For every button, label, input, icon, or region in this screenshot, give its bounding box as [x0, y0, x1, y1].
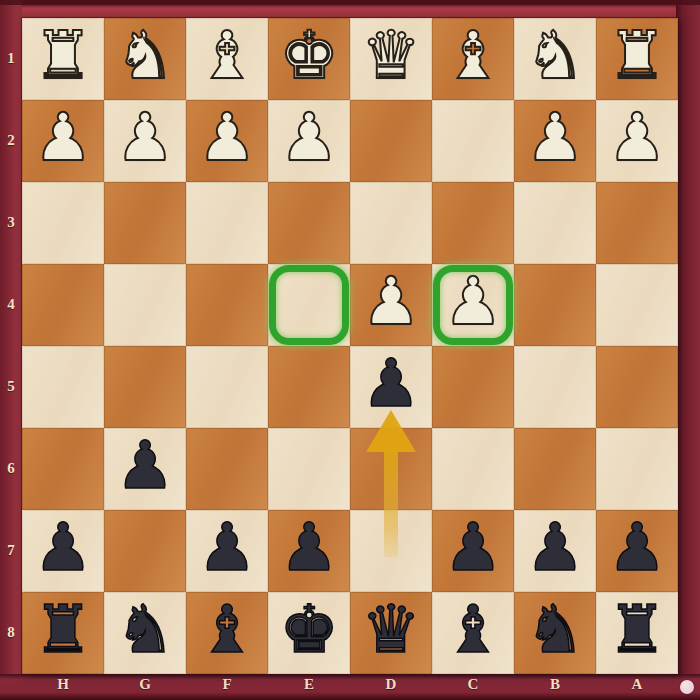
piece-black-bishop[interactable]: ♝ — [443, 589, 502, 671]
square-d5[interactable]: ♟ — [350, 346, 432, 428]
square-b5[interactable] — [514, 346, 596, 428]
square-b3[interactable] — [514, 182, 596, 264]
piece-black-queen[interactable]: ♛ — [361, 589, 420, 671]
square-c1[interactable]: ♝ — [432, 18, 514, 100]
square-g3[interactable] — [104, 182, 186, 264]
square-g2[interactable]: ♟ — [104, 100, 186, 182]
file-label-g: G — [104, 676, 186, 693]
piece-black-rook[interactable]: ♜ — [607, 589, 666, 671]
square-a6[interactable] — [596, 428, 678, 510]
piece-black-knight[interactable]: ♞ — [525, 589, 584, 671]
piece-black-pawn[interactable]: ♟ — [197, 507, 256, 589]
square-a7[interactable]: ♟ — [596, 510, 678, 592]
square-d2[interactable] — [350, 100, 432, 182]
file-label-h: H — [22, 676, 104, 693]
frame-right-bevel — [676, 0, 700, 700]
rank-label-6: 6 — [2, 460, 20, 477]
square-h4[interactable] — [22, 264, 104, 346]
square-f7[interactable]: ♟ — [186, 510, 268, 592]
rank-label-7: 7 — [2, 542, 20, 559]
square-f3[interactable] — [186, 182, 268, 264]
chess-board[interactable]: ♜♞♝♚♛♝♞♜♟♟♟♟♟♟♟♟♟♟♟♟♟♟♟♟♜♞♝♚♛♝♞♜ — [22, 18, 678, 674]
file-label-c: C — [432, 676, 514, 693]
square-d4[interactable]: ♟ — [350, 264, 432, 346]
square-a2[interactable]: ♟ — [596, 100, 678, 182]
rank-label-4: 4 — [2, 296, 20, 313]
square-f5[interactable] — [186, 346, 268, 428]
piece-black-pawn[interactable]: ♟ — [33, 507, 92, 589]
square-e3[interactable] — [268, 182, 350, 264]
square-g8[interactable]: ♞ — [104, 592, 186, 674]
file-label-f: F — [186, 676, 268, 693]
rank-label-2: 2 — [2, 132, 20, 149]
square-c8[interactable]: ♝ — [432, 592, 514, 674]
square-g1[interactable]: ♞ — [104, 18, 186, 100]
square-d6[interactable] — [350, 428, 432, 510]
piece-black-pawn[interactable]: ♟ — [525, 507, 584, 589]
square-e5[interactable] — [268, 346, 350, 428]
square-h7[interactable]: ♟ — [22, 510, 104, 592]
square-h3[interactable] — [22, 182, 104, 264]
square-f4[interactable] — [186, 264, 268, 346]
square-e6[interactable] — [268, 428, 350, 510]
square-f1[interactable]: ♝ — [186, 18, 268, 100]
square-c4[interactable]: ♟ — [432, 264, 514, 346]
square-e1[interactable]: ♚ — [268, 18, 350, 100]
frame-left-bevel — [0, 0, 22, 700]
rank-label-3: 3 — [2, 214, 20, 231]
square-c2[interactable] — [432, 100, 514, 182]
square-f2[interactable]: ♟ — [186, 100, 268, 182]
square-a8[interactable]: ♜ — [596, 592, 678, 674]
piece-white-pawn[interactable]: ♟ — [607, 97, 666, 179]
piece-black-pawn[interactable]: ♟ — [279, 507, 338, 589]
square-a3[interactable] — [596, 182, 678, 264]
square-b2[interactable]: ♟ — [514, 100, 596, 182]
square-h5[interactable] — [22, 346, 104, 428]
rank-label-1: 1 — [2, 50, 20, 67]
piece-black-pawn[interactable]: ♟ — [115, 425, 174, 507]
square-e7[interactable]: ♟ — [268, 510, 350, 592]
square-c5[interactable] — [432, 346, 514, 428]
square-g4[interactable] — [104, 264, 186, 346]
piece-black-pawn[interactable]: ♟ — [443, 507, 502, 589]
rank-label-5: 5 — [2, 378, 20, 395]
piece-black-knight[interactable]: ♞ — [115, 589, 174, 671]
square-b7[interactable]: ♟ — [514, 510, 596, 592]
square-e8[interactable]: ♚ — [268, 592, 350, 674]
piece-white-king[interactable]: ♚ — [279, 15, 338, 97]
square-a1[interactable]: ♜ — [596, 18, 678, 100]
square-c3[interactable] — [432, 182, 514, 264]
square-h1[interactable]: ♜ — [22, 18, 104, 100]
file-label-e: E — [268, 676, 350, 693]
piece-black-rook[interactable]: ♜ — [33, 589, 92, 671]
piece-white-pawn[interactable]: ♟ — [197, 97, 256, 179]
square-h2[interactable]: ♟ — [22, 100, 104, 182]
piece-white-rook[interactable]: ♜ — [33, 15, 92, 97]
rank-label-8: 8 — [2, 624, 20, 641]
square-d7[interactable] — [350, 510, 432, 592]
piece-white-bishop[interactable]: ♝ — [197, 15, 256, 97]
square-h6[interactable] — [22, 428, 104, 510]
piece-white-rook[interactable]: ♜ — [607, 15, 666, 97]
square-a4[interactable] — [596, 264, 678, 346]
piece-white-pawn[interactable]: ♟ — [443, 261, 502, 343]
square-d8[interactable]: ♛ — [350, 592, 432, 674]
square-b6[interactable] — [514, 428, 596, 510]
piece-white-queen[interactable]: ♛ — [361, 15, 420, 97]
piece-white-knight[interactable]: ♞ — [525, 15, 584, 97]
square-e2[interactable]: ♟ — [268, 100, 350, 182]
square-b8[interactable]: ♞ — [514, 592, 596, 674]
square-c7[interactable]: ♟ — [432, 510, 514, 592]
square-g7[interactable] — [104, 510, 186, 592]
frame-top-edge — [0, 0, 700, 5]
piece-white-pawn[interactable]: ♟ — [33, 97, 92, 179]
square-c6[interactable] — [432, 428, 514, 510]
piece-white-pawn[interactable]: ♟ — [525, 97, 584, 179]
square-g5[interactable] — [104, 346, 186, 428]
chess-app-window: ♜♞♝♚♛♝♞♜♟♟♟♟♟♟♟♟♟♟♟♟♟♟♟♟♜♞♝♚♛♝♞♜ 1234567… — [0, 0, 700, 700]
file-label-a: A — [596, 676, 678, 693]
piece-black-king[interactable]: ♚ — [279, 589, 338, 671]
file-label-b: B — [514, 676, 596, 693]
piece-white-pawn[interactable]: ♟ — [279, 97, 338, 179]
piece-black-pawn[interactable]: ♟ — [361, 343, 420, 425]
square-a5[interactable] — [596, 346, 678, 428]
square-f6[interactable] — [186, 428, 268, 510]
square-d1[interactable]: ♛ — [350, 18, 432, 100]
square-f8[interactable]: ♝ — [186, 592, 268, 674]
square-g6[interactable]: ♟ — [104, 428, 186, 510]
piece-white-pawn[interactable]: ♟ — [115, 97, 174, 179]
piece-white-bishop[interactable]: ♝ — [443, 15, 502, 97]
square-d3[interactable] — [350, 182, 432, 264]
piece-white-knight[interactable]: ♞ — [115, 15, 174, 97]
piece-black-pawn[interactable]: ♟ — [607, 507, 666, 589]
piece-white-pawn[interactable]: ♟ — [361, 261, 420, 343]
file-label-d: D — [350, 676, 432, 693]
square-b4[interactable] — [514, 264, 596, 346]
corner-dot-indicator — [680, 680, 694, 694]
square-h8[interactable]: ♜ — [22, 592, 104, 674]
square-b1[interactable]: ♞ — [514, 18, 596, 100]
piece-black-bishop[interactable]: ♝ — [197, 589, 256, 671]
square-e4[interactable] — [268, 264, 350, 346]
